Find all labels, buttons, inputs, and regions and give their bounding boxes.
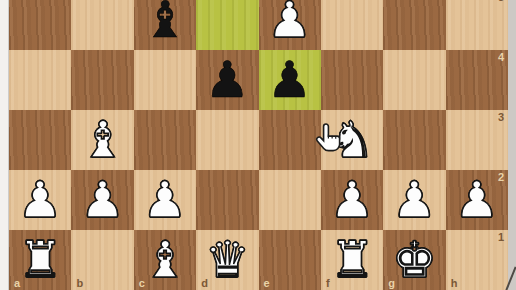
square-a3[interactable]: [9, 110, 71, 170]
black-bishop-c5[interactable]: ♝: [143, 0, 188, 49]
black-pawn-d4[interactable]: ♟: [205, 51, 250, 109]
rank-label-1: 1: [498, 232, 504, 243]
square-a4[interactable]: [9, 50, 71, 110]
square-c1[interactable]: c♝: [134, 230, 196, 290]
square-c4[interactable]: [134, 50, 196, 110]
file-label-e: e: [264, 278, 270, 289]
white-bishop-c1[interactable]: ♝: [143, 231, 188, 289]
black-pawn-e4[interactable]: ♟: [267, 51, 312, 109]
white-pawn-h2[interactable]: ♟: [454, 171, 499, 229]
square-h3[interactable]: 3: [446, 110, 508, 170]
pointing-hand-cursor-icon: [315, 122, 345, 154]
square-g2[interactable]: ♟: [383, 170, 445, 230]
square-b1[interactable]: b: [71, 230, 133, 290]
square-a2[interactable]: ♟: [9, 170, 71, 230]
square-b3[interactable]: ♝: [71, 110, 133, 170]
square-f4[interactable]: [321, 50, 383, 110]
square-h4[interactable]: 4: [446, 50, 508, 110]
square-f1[interactable]: f♜: [321, 230, 383, 290]
white-rook-f1[interactable]: ♜: [330, 231, 375, 289]
square-f2[interactable]: ♟: [321, 170, 383, 230]
square-h1[interactable]: 1h: [446, 230, 508, 290]
file-label-h: h: [451, 278, 458, 289]
white-pawn-c2[interactable]: ♟: [143, 171, 188, 229]
white-pawn-a2[interactable]: ♟: [18, 171, 63, 229]
square-g5[interactable]: [383, 0, 445, 50]
square-d2[interactable]: [196, 170, 258, 230]
square-b5[interactable]: [71, 0, 133, 50]
page-right-margin: [508, 0, 516, 290]
white-bishop-b3[interactable]: ♝: [80, 111, 125, 169]
white-pawn-g2[interactable]: ♟: [392, 171, 437, 229]
rank-label-5: 5: [498, 0, 504, 3]
square-d5[interactable]: [196, 0, 258, 50]
square-c5[interactable]: ♝: [134, 0, 196, 50]
white-king-g1[interactable]: ♚: [392, 231, 437, 289]
chess-app-viewport: ♝♟5♟♟4♝♞3♟♟♟♟♟2♟a♜bc♝d♛ef♜g♚1h: [0, 0, 516, 290]
square-g1[interactable]: g♚: [383, 230, 445, 290]
white-queen-d1[interactable]: ♛: [205, 231, 250, 289]
chess-board[interactable]: ♝♟5♟♟4♝♞3♟♟♟♟♟2♟a♜bc♝d♛ef♜g♚1h: [9, 0, 508, 290]
square-c2[interactable]: ♟: [134, 170, 196, 230]
square-e5[interactable]: ♟: [259, 0, 321, 50]
square-h5[interactable]: 5: [446, 0, 508, 50]
white-pawn-b2[interactable]: ♟: [80, 171, 125, 229]
square-h2[interactable]: 2♟: [446, 170, 508, 230]
square-g4[interactable]: [383, 50, 445, 110]
square-e3[interactable]: [259, 110, 321, 170]
rank-label-3: 3: [498, 112, 504, 123]
rank-label-4: 4: [498, 52, 504, 63]
square-e2[interactable]: [259, 170, 321, 230]
square-d1[interactable]: d♛: [196, 230, 258, 290]
square-e4[interactable]: ♟: [259, 50, 321, 110]
file-label-b: b: [76, 278, 83, 289]
white-pawn-f2[interactable]: ♟: [330, 171, 375, 229]
square-a5[interactable]: [9, 0, 71, 50]
square-g3[interactable]: [383, 110, 445, 170]
square-d3[interactable]: [196, 110, 258, 170]
square-a1[interactable]: a♜: [9, 230, 71, 290]
square-e1[interactable]: e: [259, 230, 321, 290]
square-b4[interactable]: [71, 50, 133, 110]
white-pawn-e5[interactable]: ♟: [267, 0, 312, 49]
square-c3[interactable]: [134, 110, 196, 170]
square-b2[interactable]: ♟: [71, 170, 133, 230]
white-rook-a1[interactable]: ♜: [18, 231, 63, 289]
square-f5[interactable]: [321, 0, 383, 50]
square-d4[interactable]: ♟: [196, 50, 258, 110]
page-left-margin: [0, 0, 9, 290]
